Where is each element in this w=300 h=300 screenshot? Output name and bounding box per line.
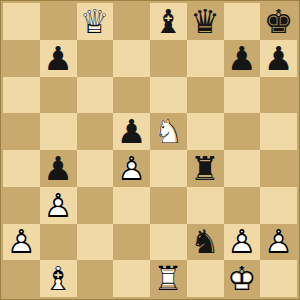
square-c6[interactable] (77, 77, 114, 114)
square-a8[interactable] (3, 3, 40, 40)
square-b6[interactable] (40, 77, 77, 114)
square-a3[interactable] (3, 187, 40, 224)
square-e7[interactable] (150, 40, 187, 77)
square-h2[interactable]: ♟♙ (260, 224, 297, 261)
square-g3[interactable] (224, 187, 261, 224)
square-h1[interactable] (260, 260, 297, 297)
square-f7[interactable] (187, 40, 224, 77)
square-g5[interactable] (224, 113, 261, 150)
piece-white-pawn-icon: ♟♙ (260, 224, 297, 261)
square-c2[interactable] (77, 224, 114, 261)
square-d2[interactable] (113, 224, 150, 261)
square-h3[interactable] (260, 187, 297, 224)
square-h7[interactable]: ♟ (260, 40, 297, 77)
square-f2[interactable]: ♞ (187, 224, 224, 261)
piece-black-pawn-icon: ♟ (260, 40, 297, 77)
square-h5[interactable] (260, 113, 297, 150)
square-b2[interactable] (40, 224, 77, 261)
piece-black-king-icon: ♚ (260, 3, 297, 40)
square-a6[interactable] (3, 77, 40, 114)
square-a1[interactable] (3, 260, 40, 297)
square-a2[interactable]: ♟♙ (3, 224, 40, 261)
square-d4[interactable]: ♟♙ (113, 150, 150, 187)
piece-white-pawn-icon: ♟♙ (40, 187, 77, 224)
piece-black-pawn-icon: ♟ (224, 40, 261, 77)
square-g8[interactable] (224, 3, 261, 40)
square-d8[interactable] (113, 3, 150, 40)
square-e8[interactable]: ♝ (150, 3, 187, 40)
square-a7[interactable] (3, 40, 40, 77)
piece-white-pawn-icon: ♟♙ (113, 150, 150, 187)
square-d7[interactable] (113, 40, 150, 77)
square-b4[interactable]: ♟ (40, 150, 77, 187)
square-g2[interactable]: ♟♙ (224, 224, 261, 261)
piece-white-pawn-icon: ♟♙ (224, 224, 261, 261)
square-h4[interactable] (260, 150, 297, 187)
piece-black-rook-icon: ♜ (187, 150, 224, 187)
square-f4[interactable]: ♜ (187, 150, 224, 187)
square-e1[interactable]: ♜♖ (150, 260, 187, 297)
piece-black-knight-icon: ♞ (187, 224, 224, 261)
square-g4[interactable] (224, 150, 261, 187)
piece-white-knight-icon: ♞♘ (150, 113, 187, 150)
square-f8[interactable]: ♛ (187, 3, 224, 40)
square-c8[interactable]: ♛♕ (77, 3, 114, 40)
square-d3[interactable] (113, 187, 150, 224)
square-f6[interactable] (187, 77, 224, 114)
square-b5[interactable] (40, 113, 77, 150)
square-d5[interactable]: ♟ (113, 113, 150, 150)
square-c7[interactable] (77, 40, 114, 77)
piece-black-pawn-icon: ♟ (40, 40, 77, 77)
square-f3[interactable] (187, 187, 224, 224)
square-f5[interactable] (187, 113, 224, 150)
square-h8[interactable]: ♚ (260, 3, 297, 40)
chess-board-frame: ♛♕♝♛♚♟♟♟♟♞♘♟♟♙♜♟♙♟♙♞♟♙♟♙♝♗♜♖♚♔ (0, 0, 300, 300)
square-b3[interactable]: ♟♙ (40, 187, 77, 224)
square-d1[interactable] (113, 260, 150, 297)
square-f1[interactable] (187, 260, 224, 297)
piece-black-queen-icon: ♛ (187, 3, 224, 40)
square-g7[interactable]: ♟ (224, 40, 261, 77)
square-a5[interactable] (3, 113, 40, 150)
square-e5[interactable]: ♞♘ (150, 113, 187, 150)
piece-white-king-icon: ♚♔ (224, 260, 261, 297)
square-c3[interactable] (77, 187, 114, 224)
square-b7[interactable]: ♟ (40, 40, 77, 77)
square-b8[interactable] (40, 3, 77, 40)
square-c4[interactable] (77, 150, 114, 187)
piece-white-rook-icon: ♜♖ (150, 260, 187, 297)
piece-black-pawn-icon: ♟ (113, 113, 150, 150)
square-g6[interactable] (224, 77, 261, 114)
square-e2[interactable] (150, 224, 187, 261)
square-h6[interactable] (260, 77, 297, 114)
square-e3[interactable] (150, 187, 187, 224)
piece-black-bishop-icon: ♝ (150, 3, 187, 40)
chess-board: ♛♕♝♛♚♟♟♟♟♞♘♟♟♙♜♟♙♟♙♞♟♙♟♙♝♗♜♖♚♔ (3, 3, 297, 297)
square-e4[interactable] (150, 150, 187, 187)
square-b1[interactable]: ♝♗ (40, 260, 77, 297)
piece-white-bishop-icon: ♝♗ (40, 260, 77, 297)
square-c1[interactable] (77, 260, 114, 297)
piece-white-queen-icon: ♛♕ (77, 3, 114, 40)
square-g1[interactable]: ♚♔ (224, 260, 261, 297)
square-a4[interactable] (3, 150, 40, 187)
square-d6[interactable] (113, 77, 150, 114)
square-e6[interactable] (150, 77, 187, 114)
square-c5[interactable] (77, 113, 114, 150)
piece-white-pawn-icon: ♟♙ (3, 224, 40, 261)
piece-black-pawn-icon: ♟ (40, 150, 77, 187)
